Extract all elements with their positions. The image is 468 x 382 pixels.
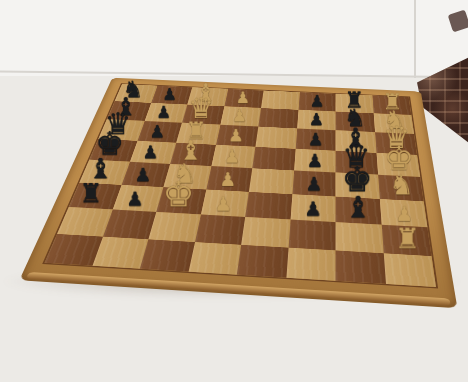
square-f5[interactable]: ♟ (294, 149, 336, 173)
square-f2[interactable] (288, 220, 335, 251)
square-d7[interactable]: ♟ (220, 106, 261, 126)
square-c1[interactable] (140, 239, 195, 272)
white-pawn[interactable]: ♟ (232, 108, 247, 125)
square-b1[interactable] (92, 236, 148, 268)
black-pawn[interactable]: ♟ (304, 200, 322, 220)
black-pawn[interactable]: ♟ (156, 104, 171, 121)
square-d4[interactable]: ♟ (206, 166, 252, 192)
black-rook[interactable]: ♜ (79, 180, 103, 206)
square-c3[interactable]: ♚ (156, 187, 206, 214)
square-f1[interactable] (286, 247, 336, 280)
square-h1[interactable] (383, 253, 436, 287)
square-g2[interactable] (336, 222, 384, 253)
white-pawn[interactable]: ♟ (219, 170, 236, 189)
square-d6[interactable]: ♟ (216, 125, 259, 147)
square-b5[interactable]: ♟ (130, 141, 177, 164)
white-pawn[interactable]: ♟ (214, 195, 231, 215)
square-f8[interactable]: ♟ (298, 92, 335, 111)
chess-board: ♞♟♝♟♟♜♜♝♟♛♟♟♞♞♛♟♜♟♟♝♛♚♟♝♟♟♛♚♝♟♞♟♟♚♞♜♟♚♟♟… (19, 78, 457, 309)
square-d1[interactable] (188, 242, 241, 275)
black-pawn[interactable]: ♟ (162, 87, 176, 103)
black-pawn[interactable]: ♟ (135, 166, 152, 185)
square-e6[interactable] (255, 127, 296, 149)
white-rook[interactable]: ♜ (394, 224, 419, 252)
black-pawn[interactable]: ♟ (309, 111, 324, 128)
square-d2[interactable] (195, 214, 246, 244)
scene: ♞♟♝♟♟♜♜♝♟♛♟♟♞♞♛♟♜♟♟♝♛♚♟♝♟♟♛♚♝♟♞♟♟♚♞♜♟♚♟♟… (0, 0, 468, 382)
square-d8[interactable]: ♟ (224, 89, 263, 108)
black-pawn[interactable]: ♟ (310, 93, 325, 109)
square-e3[interactable] (245, 192, 292, 220)
square-a2[interactable] (57, 207, 112, 236)
black-pawn[interactable]: ♟ (305, 175, 322, 194)
square-d3[interactable]: ♟ (201, 189, 249, 217)
square-a3[interactable]: ♜ (69, 182, 122, 209)
square-a1[interactable] (45, 234, 103, 266)
square-c2[interactable] (148, 212, 200, 242)
square-b2[interactable] (103, 209, 157, 239)
white-knight[interactable]: ♞ (389, 171, 414, 199)
black-pawn[interactable]: ♟ (126, 190, 143, 209)
black-bishop[interactable]: ♝ (345, 192, 372, 222)
square-f7[interactable]: ♟ (297, 110, 336, 131)
square-g3[interactable]: ♝ (336, 196, 382, 224)
white-pawn[interactable]: ♟ (228, 127, 244, 144)
square-b7[interactable]: ♟ (144, 103, 187, 123)
square-e1[interactable] (237, 245, 288, 278)
square-e4[interactable] (249, 168, 294, 194)
square-d5[interactable]: ♟ (211, 145, 255, 169)
black-pawn[interactable]: ♟ (308, 131, 324, 148)
square-f6[interactable]: ♟ (295, 128, 335, 150)
square-f3[interactable]: ♟ (290, 194, 335, 222)
black-pawn[interactable]: ♟ (307, 152, 323, 170)
white-pawn[interactable]: ♟ (235, 90, 249, 106)
square-e2[interactable] (241, 217, 290, 247)
black-pawn[interactable]: ♟ (149, 123, 164, 140)
square-e8[interactable] (261, 90, 299, 109)
square-b3[interactable]: ♟ (112, 185, 163, 212)
square-e7[interactable] (258, 108, 298, 129)
black-pawn[interactable]: ♟ (142, 144, 158, 162)
white-king[interactable]: ♚ (163, 176, 195, 211)
square-h4[interactable]: ♞ (378, 175, 424, 201)
square-f4[interactable]: ♟ (292, 170, 336, 196)
square-b6[interactable]: ♟ (137, 121, 182, 143)
square-h2[interactable]: ♜ (381, 225, 431, 256)
square-g1[interactable] (335, 250, 385, 284)
square-b8[interactable]: ♟ (151, 86, 192, 105)
square-e5[interactable] (252, 147, 295, 171)
board-grid: ♞♟♝♟♟♜♜♝♟♛♟♟♞♞♛♟♜♟♟♝♛♚♟♝♟♟♛♚♝♟♞♟♟♚♞♜♟♚♟♟… (42, 83, 438, 288)
white-pawn[interactable]: ♟ (224, 148, 240, 166)
